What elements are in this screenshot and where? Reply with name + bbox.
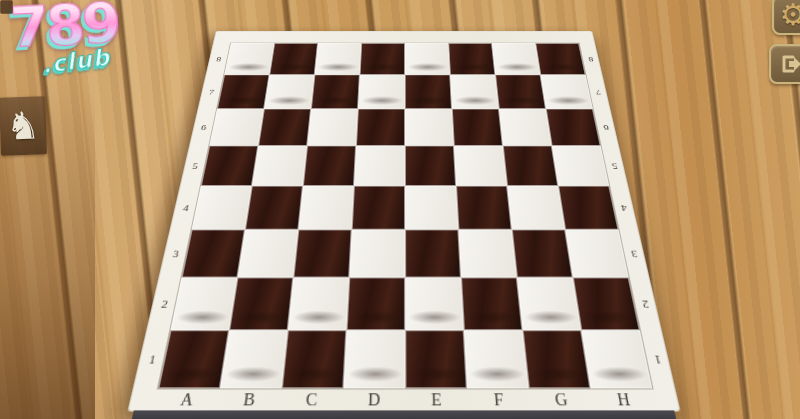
rank-label-right-8: 8: [588, 55, 594, 62]
rook-glyph: ♜: [586, 303, 647, 371]
square-h4[interactable]: [558, 186, 618, 230]
file-label-g: G: [554, 391, 569, 408]
rank-label-left-4: 4: [182, 203, 190, 212]
square-g4[interactable]: [507, 186, 565, 230]
rank-label-right-7: 7: [595, 88, 602, 95]
piece-shadow: [541, 63, 583, 71]
piece-shadow: [496, 63, 537, 71]
square-d4[interactable]: [352, 186, 405, 230]
square-d5[interactable]: [354, 146, 405, 186]
square-g5[interactable]: [503, 146, 558, 186]
square-a6[interactable]: [209, 109, 264, 146]
square-f6[interactable]: [452, 109, 503, 146]
bishop-glyph: ♝: [460, 292, 531, 371]
piece-shadow: [452, 63, 493, 71]
square-d6[interactable]: [356, 109, 405, 146]
file-label-a: A: [179, 391, 195, 408]
settings-button[interactable]: ⚙: [772, 0, 800, 35]
piece-shadow: [407, 96, 449, 105]
board-base-edge: [129, 410, 680, 419]
square-b4[interactable]: [245, 186, 303, 230]
knight-glyph: ♞: [522, 295, 589, 370]
piece-shadow: [407, 63, 448, 71]
square-a5[interactable]: [201, 146, 258, 186]
piece-shadow: [500, 96, 543, 105]
square-b5[interactable]: [252, 146, 307, 186]
exit-button[interactable]: [769, 44, 800, 84]
file-label-h: H: [616, 391, 632, 408]
rank-label-right-4: 4: [620, 203, 628, 212]
square-e4[interactable]: [405, 186, 458, 230]
corner-icon: [0, 0, 13, 14]
rank-label-left-6: 6: [200, 123, 207, 131]
file-label-c: C: [305, 391, 318, 408]
square-h5[interactable]: [552, 146, 609, 186]
rank-label-right-5: 5: [611, 161, 618, 170]
square-e6[interactable]: [405, 109, 454, 146]
rank-label-left-5: 5: [192, 161, 199, 170]
square-c5[interactable]: [303, 146, 356, 186]
square-a4[interactable]: [192, 186, 252, 230]
file-label-f: F: [493, 391, 504, 408]
piece-shadow: [546, 96, 590, 105]
piece-shadow: [453, 96, 496, 105]
square-e5[interactable]: [405, 146, 456, 186]
square-f5[interactable]: [454, 146, 507, 186]
knight-icon: ♞: [5, 106, 40, 145]
square-b6[interactable]: [258, 109, 311, 146]
piece-shadow: [362, 63, 403, 71]
square-c6[interactable]: [307, 109, 358, 146]
square-h6[interactable]: [546, 109, 601, 146]
file-label-b: B: [242, 391, 256, 408]
rank-label-right-6: 6: [603, 123, 610, 131]
file-label-d: D: [368, 391, 381, 408]
rank-label-right-1: 1: [653, 352, 662, 365]
piece-shadow: [314, 96, 357, 105]
gear-icon: ⚙: [780, 0, 800, 30]
piece-shadow: [317, 63, 358, 71]
square-c4[interactable]: [298, 186, 354, 230]
logout-icon: [778, 52, 800, 76]
file-label-e: E: [431, 391, 442, 408]
rook-glyph: ♜: [161, 303, 222, 371]
game-screen: 8877665544332211ABCDEFGH♜♞♝♛♚♝♞♜♟♟♟♟♟♟♟♟…: [0, 0, 800, 419]
square-g6[interactable]: [499, 109, 552, 146]
knight-menu-button[interactable]: ♞: [0, 96, 47, 156]
square-f4[interactable]: [456, 186, 512, 230]
rank-label-left-1: 1: [148, 352, 157, 365]
rank-label-left-8: 8: [216, 55, 222, 62]
rank-label-left-7: 7: [208, 88, 215, 95]
chess-board[interactable]: 8877665544332211ABCDEFGH♜♞♝♛♚♝♞♜♟♟♟♟♟♟♟♟…: [127, 31, 680, 412]
knight-glyph: ♞: [218, 295, 285, 370]
piece-shadow: [360, 96, 402, 105]
